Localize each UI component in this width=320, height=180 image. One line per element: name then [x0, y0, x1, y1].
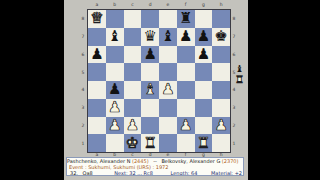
rank-labels-left: 87654321: [80, 10, 86, 152]
next-move-label: Next: 32 ... Rc8: [114, 170, 153, 176]
chess-board: ♛♜♝♛♝♟♟♚♟♟♟♟♝♟♟♟♟♟♟♚♜♜: [87, 9, 231, 153]
rank-label-6: 6: [231, 46, 237, 64]
square-g1: ♜: [195, 134, 213, 152]
square-g2: [195, 117, 213, 135]
square-d6: ♟: [141, 46, 159, 64]
black-bishop: ♝: [108, 29, 121, 44]
rank-label-1: 1: [231, 134, 237, 152]
black-pawn: ♟: [197, 29, 210, 44]
square-f3: [177, 99, 195, 117]
move-info-line: 32. Qa8 Next: 32 ... Rc8 Length: 64 Mate…: [67, 170, 243, 176]
square-a8: ♛: [88, 10, 106, 28]
letterbox-right: [248, 0, 320, 180]
file-label-d: d: [141, 2, 159, 7]
square-a6: ♟: [88, 46, 106, 64]
black-player-name: Belkovsky, Alexander G: [161, 158, 220, 164]
square-h8: [212, 10, 230, 28]
square-f8: ♜: [177, 10, 195, 28]
square-e2: [159, 117, 177, 135]
square-h3: [212, 99, 230, 117]
square-e7: ♝: [159, 28, 177, 46]
square-b4: ♟: [106, 81, 124, 99]
white-rook-icon: ♜: [235, 75, 244, 85]
square-g8: [195, 10, 213, 28]
file-label-c: c: [124, 2, 142, 7]
square-b5: [106, 63, 124, 81]
square-c6: [124, 46, 142, 64]
white-pawn: ♟: [214, 117, 227, 132]
square-b1: [106, 134, 124, 152]
file-label-f: f: [177, 2, 195, 7]
square-f1: [177, 134, 195, 152]
rank-label-4: 4: [80, 81, 86, 99]
black-pawn: ♟: [90, 46, 103, 61]
rank-label-5: 5: [80, 63, 86, 81]
rank-label-7: 7: [80, 28, 86, 46]
white-pawn: ♟: [108, 100, 121, 115]
rank-label-1: 1: [80, 134, 86, 152]
square-f2: ♟: [177, 117, 195, 135]
square-h4: [212, 81, 230, 99]
square-h7: ♚: [212, 28, 230, 46]
white-pawn: ♟: [161, 82, 174, 97]
black-pawn: ♟: [197, 46, 210, 61]
square-d4: ♝: [141, 81, 159, 99]
black-bishop-icon: ♝: [235, 64, 244, 74]
black-bishop: ♝: [161, 29, 174, 44]
square-h6: [212, 46, 230, 64]
rank-label-3: 3: [80, 99, 86, 117]
square-e8: [159, 10, 177, 28]
square-d8: [141, 10, 159, 28]
file-label-a: a: [88, 2, 106, 7]
square-h1: [212, 134, 230, 152]
white-pawn: ♟: [179, 117, 192, 132]
black-queen: ♛: [143, 29, 156, 44]
square-e3: [159, 99, 177, 117]
white-pawn: ♟: [108, 117, 121, 132]
square-b7: ♝: [106, 28, 124, 46]
file-label-b: b: [106, 2, 124, 7]
black-rook: ♜: [179, 11, 192, 26]
letterbox-left: [0, 0, 64, 180]
file-label-g: g: [195, 2, 213, 7]
square-b3: ♟: [106, 99, 124, 117]
square-c1: ♚: [124, 134, 142, 152]
square-e1: [159, 134, 177, 152]
black-pawn: ♟: [179, 29, 192, 44]
square-d3: [141, 99, 159, 117]
white-pawn: ♟: [126, 117, 139, 132]
rank-label-2: 2: [80, 117, 86, 135]
square-a2: [88, 117, 106, 135]
file-label-e: e: [159, 2, 177, 7]
square-b8: [106, 10, 124, 28]
black-pawn: ♟: [143, 46, 156, 61]
black-pawn: ♟: [108, 82, 121, 97]
square-g5: [195, 63, 213, 81]
square-b2: ♟: [106, 117, 124, 135]
current-move: Qa8: [83, 170, 93, 176]
square-f7: ♟: [177, 28, 195, 46]
rank-label-6: 6: [80, 46, 86, 64]
white-rook: ♜: [197, 135, 210, 150]
square-g6: ♟: [195, 46, 213, 64]
square-c8: [124, 10, 142, 28]
square-g3: [195, 99, 213, 117]
rank-label-7: 7: [231, 28, 237, 46]
square-d5: [141, 63, 159, 81]
square-b6: [106, 46, 124, 64]
square-c3: [124, 99, 142, 117]
square-d1: ♜: [141, 134, 159, 152]
square-a1: [88, 134, 106, 152]
square-c4: [124, 81, 142, 99]
rank-label-3: 3: [231, 99, 237, 117]
square-h5: [212, 63, 230, 81]
file-labels-top: abcdefgh: [88, 2, 230, 7]
square-h2: ♟: [212, 117, 230, 135]
square-d2: [141, 117, 159, 135]
square-a3: [88, 99, 106, 117]
file-label-h: h: [212, 2, 230, 7]
square-d7: ♛: [141, 28, 159, 46]
black-king: ♚: [214, 29, 227, 44]
white-queen: ♛: [90, 11, 103, 26]
square-e5: [159, 63, 177, 81]
square-a7: [88, 28, 106, 46]
caption-box: Pashchenko, Alexander N (2445) -- Belkov…: [66, 157, 244, 176]
white-king: ♚: [126, 135, 139, 150]
material-tray: ♝♜: [235, 64, 244, 85]
square-g4: [195, 81, 213, 99]
square-f4: [177, 81, 195, 99]
square-c5: [124, 63, 142, 81]
move-number: 32.: [70, 170, 78, 176]
rank-label-2: 2: [231, 117, 237, 135]
square-g7: ♟: [195, 28, 213, 46]
length-label: Length: 64: [171, 170, 198, 176]
square-a4: [88, 81, 106, 99]
material-label: Material: +2: [211, 170, 242, 176]
white-rook: ♜: [143, 135, 156, 150]
video-frame: abcdefgh 87654321 ♛♜♝♛♝♟♟♚♟♟♟♟♝♟♟♟♟♟♟♚♜♜…: [0, 0, 320, 180]
square-f6: [177, 46, 195, 64]
rank-label-8: 8: [80, 10, 86, 28]
square-c7: [124, 28, 142, 46]
board-panel: abcdefgh 87654321 ♛♜♝♛♝♟♟♚♟♟♟♟♝♟♟♟♟♟♟♚♜♜…: [64, 0, 248, 180]
square-a5: [88, 63, 106, 81]
black-player-rating: (2370): [222, 158, 239, 164]
rank-label-8: 8: [231, 10, 237, 28]
square-c2: ♟: [124, 117, 142, 135]
square-e6: [159, 46, 177, 64]
square-f5: [177, 63, 195, 81]
white-bishop: ♝: [143, 82, 156, 97]
square-e4: ♟: [159, 81, 177, 99]
